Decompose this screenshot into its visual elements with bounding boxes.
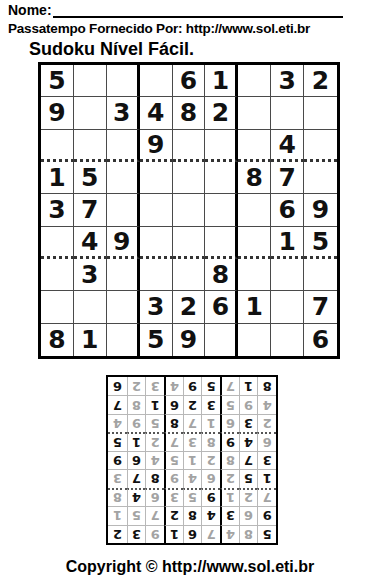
solution-cell-r2c5: 8 bbox=[183, 506, 202, 524]
puzzle-cell-r2c1: 9 bbox=[41, 97, 74, 129]
solution-cell-r3c6: 3 bbox=[164, 488, 183, 506]
puzzle-cell-r3c8: 4 bbox=[271, 130, 304, 162]
name-underline bbox=[53, 1, 343, 18]
solution-cell-r9c5: 9 bbox=[183, 377, 202, 395]
name-label: Nome: bbox=[8, 2, 52, 18]
puzzle-cell-r1c4 bbox=[140, 65, 173, 97]
solution-cell-r3c9: 8 bbox=[108, 488, 127, 506]
puzzle-cell-r5c1: 3 bbox=[41, 194, 74, 226]
puzzle-cell-r3c4: 9 bbox=[140, 130, 173, 162]
puzzle-cell-r1c9: 2 bbox=[304, 65, 337, 97]
puzzle-cell-r7c9 bbox=[304, 259, 337, 291]
solution-cell-r9c3: 7 bbox=[220, 377, 239, 395]
puzzle-cell-r8c6: 6 bbox=[205, 291, 238, 323]
solution-cell-r4c8: 7 bbox=[127, 469, 146, 487]
solution-cell-r3c7: 6 bbox=[145, 488, 164, 506]
puzzle-cell-r1c6: 1 bbox=[205, 65, 238, 97]
puzzle-cell-r2c3: 3 bbox=[107, 97, 140, 129]
solution-cell-r2c9: 1 bbox=[108, 506, 127, 524]
puzzle-cell-r8c3 bbox=[107, 291, 140, 323]
solution-cell-r3c3: 1 bbox=[220, 488, 239, 506]
puzzle-cell-r2c5: 8 bbox=[173, 97, 206, 129]
solution-cell-r6c7: 2 bbox=[145, 432, 164, 450]
puzzle-cell-r9c2: 1 bbox=[74, 324, 107, 356]
solution-cell-r4c9: 3 bbox=[108, 469, 127, 487]
solution-cell-r7c9: 4 bbox=[108, 414, 127, 432]
puzzle-cell-r1c1: 5 bbox=[41, 65, 74, 97]
solution-cell-r1c1: 5 bbox=[257, 525, 276, 543]
puzzle-cell-r1c8: 3 bbox=[271, 65, 304, 97]
puzzle-cell-r3c3 bbox=[107, 130, 140, 162]
puzzle-cell-r4c3 bbox=[107, 162, 140, 194]
solution-cell-r3c8: 4 bbox=[127, 488, 146, 506]
solution-cell-r7c8: 9 bbox=[127, 414, 146, 432]
solution-cell-r2c7: 7 bbox=[145, 506, 164, 524]
solution-cell-r4c7: 8 bbox=[145, 469, 164, 487]
puzzle-cell-r2c8 bbox=[271, 97, 304, 129]
puzzle-cell-r9c4: 5 bbox=[140, 324, 173, 356]
solution-cell-r6c8: 1 bbox=[127, 432, 146, 450]
solution-cell-r6c6: 7 bbox=[164, 432, 183, 450]
solution-cell-r1c5: 6 bbox=[183, 525, 202, 543]
puzzle-cell-r6c6 bbox=[205, 227, 238, 259]
puzzle-cell-r4c9 bbox=[304, 162, 337, 194]
puzzle-cell-r1c3 bbox=[107, 65, 140, 97]
puzzle-cell-r5c9: 9 bbox=[304, 194, 337, 226]
puzzle-cell-r9c1: 8 bbox=[41, 324, 74, 356]
sudoku-puzzle-grid: 561329348294158737694915383261781596 bbox=[38, 62, 340, 359]
puzzle-cell-r3c6 bbox=[205, 130, 238, 162]
puzzle-cell-r4c6 bbox=[205, 162, 238, 194]
solution-cell-r5c9: 9 bbox=[108, 451, 127, 469]
puzzle-cell-r8c9: 7 bbox=[304, 291, 337, 323]
puzzle-cell-r6c5 bbox=[173, 227, 206, 259]
puzzle-cell-r7c1 bbox=[41, 259, 74, 291]
puzzle-cell-r1c5: 6 bbox=[173, 65, 206, 97]
solution-cell-r4c5: 4 bbox=[183, 469, 202, 487]
solution-cell-r8c2: 9 bbox=[239, 395, 258, 413]
solution-cell-r3c4: 9 bbox=[201, 488, 220, 506]
solution-cell-r4c6: 9 bbox=[164, 469, 183, 487]
solution-cell-r5c2: 7 bbox=[239, 451, 258, 469]
puzzle-cell-r5c8: 6 bbox=[271, 194, 304, 226]
puzzle-cell-r9c9: 6 bbox=[304, 324, 337, 356]
solution-cell-r4c2: 5 bbox=[239, 469, 258, 487]
puzzle-cell-r6c8: 1 bbox=[271, 227, 304, 259]
puzzle-cell-r6c4 bbox=[140, 227, 173, 259]
puzzle-cell-r7c7 bbox=[238, 259, 271, 291]
puzzle-cell-r1c7 bbox=[238, 65, 271, 97]
puzzle-cell-r3c1 bbox=[41, 130, 74, 162]
puzzle-cell-r2c6: 2 bbox=[205, 97, 238, 129]
page-title: Sudoku Nível Fácil. bbox=[29, 39, 194, 60]
puzzle-cell-r5c2: 7 bbox=[74, 194, 107, 226]
solution-cell-r8c4: 3 bbox=[201, 395, 220, 413]
solution-cell-r7c3: 6 bbox=[220, 414, 239, 432]
solution-cell-r8c6: 6 bbox=[164, 395, 183, 413]
puzzle-cell-r8c5: 2 bbox=[173, 291, 206, 323]
puzzle-cell-r8c7: 1 bbox=[238, 291, 271, 323]
puzzle-cell-r9c5: 9 bbox=[173, 324, 206, 356]
solution-cell-r1c8: 3 bbox=[127, 525, 146, 543]
solution-cell-r3c2: 2 bbox=[239, 488, 258, 506]
solution-cell-r6c2: 4 bbox=[239, 432, 258, 450]
puzzle-cell-r4c4 bbox=[140, 162, 173, 194]
puzzle-cell-r9c8 bbox=[271, 324, 304, 356]
solution-cell-r4c3: 2 bbox=[220, 469, 239, 487]
solution-cell-r8c8: 8 bbox=[127, 395, 146, 413]
solution-cell-r6c1: 6 bbox=[257, 432, 276, 450]
puzzle-cell-r6c2: 4 bbox=[74, 227, 107, 259]
puzzle-cell-r7c6: 8 bbox=[205, 259, 238, 291]
puzzle-cell-r5c3 bbox=[107, 194, 140, 226]
solution-cell-r6c3: 9 bbox=[220, 432, 239, 450]
solution-cell-r4c4: 6 bbox=[201, 469, 220, 487]
solution-cell-r4c1: 1 bbox=[257, 469, 276, 487]
sudoku-solution-grid-upside-down: 5847619329634827517219536481526498733782… bbox=[106, 375, 278, 545]
puzzle-cell-r4c2: 5 bbox=[74, 162, 107, 194]
copyright-line: Copyright © http://www.sol.eti.br bbox=[0, 558, 380, 576]
puzzle-cell-r9c7 bbox=[238, 324, 271, 356]
sudoku-sheet: Nome: Passatempo Fornecido Por: http://w… bbox=[0, 0, 380, 585]
solution-cell-r8c3: 5 bbox=[220, 395, 239, 413]
solution-cell-r6c9: 5 bbox=[108, 432, 127, 450]
solution-cell-r6c5: 3 bbox=[183, 432, 202, 450]
puzzle-cell-r9c6 bbox=[205, 324, 238, 356]
solution-cell-r1c6: 1 bbox=[164, 525, 183, 543]
puzzle-cell-r3c7 bbox=[238, 130, 271, 162]
solution-cell-r9c7: 3 bbox=[145, 377, 164, 395]
solution-cell-r5c4: 2 bbox=[201, 451, 220, 469]
solution-cell-r1c2: 8 bbox=[239, 525, 258, 543]
puzzle-cell-r9c3 bbox=[107, 324, 140, 356]
solution-cell-r2c2: 6 bbox=[239, 506, 258, 524]
solution-cell-r9c8: 2 bbox=[127, 377, 146, 395]
puzzle-cell-r3c5 bbox=[173, 130, 206, 162]
puzzle-cell-r2c9 bbox=[304, 97, 337, 129]
solution-cell-r9c6: 4 bbox=[164, 377, 183, 395]
solution-cell-r6c4: 8 bbox=[201, 432, 220, 450]
solution-cell-r1c4: 7 bbox=[201, 525, 220, 543]
solution-cell-r2c6: 2 bbox=[164, 506, 183, 524]
provider-line: Passatempo Fornecido Por: http://www.sol… bbox=[8, 21, 310, 36]
solution-cell-r9c4: 5 bbox=[201, 377, 220, 395]
solution-cell-r2c4: 4 bbox=[201, 506, 220, 524]
solution-cell-r1c3: 4 bbox=[220, 525, 239, 543]
solution-cell-r5c6: 5 bbox=[164, 451, 183, 469]
solution-cell-r5c1: 3 bbox=[257, 451, 276, 469]
puzzle-cell-r7c2: 3 bbox=[74, 259, 107, 291]
puzzle-cell-r6c9: 5 bbox=[304, 227, 337, 259]
puzzle-cell-r5c6 bbox=[205, 194, 238, 226]
solution-cell-r7c4: 1 bbox=[201, 414, 220, 432]
puzzle-cell-r6c3: 9 bbox=[107, 227, 140, 259]
solution-cell-r2c3: 3 bbox=[220, 506, 239, 524]
puzzle-cell-r7c8 bbox=[271, 259, 304, 291]
solution-cell-r1c7: 9 bbox=[145, 525, 164, 543]
puzzle-cell-r2c4: 4 bbox=[140, 97, 173, 129]
solution-cell-r7c6: 8 bbox=[164, 414, 183, 432]
puzzle-cell-r4c8: 7 bbox=[271, 162, 304, 194]
puzzle-cell-r6c1 bbox=[41, 227, 74, 259]
solution-cell-r7c2: 3 bbox=[239, 414, 258, 432]
solution-cell-r3c5: 5 bbox=[183, 488, 202, 506]
solution-cell-r8c9: 7 bbox=[108, 395, 127, 413]
puzzle-cell-r7c3 bbox=[107, 259, 140, 291]
puzzle-cell-r7c4 bbox=[140, 259, 173, 291]
solution-cell-r7c7: 5 bbox=[145, 414, 164, 432]
solution-cell-r3c1: 7 bbox=[257, 488, 276, 506]
solution-cell-r5c7: 4 bbox=[145, 451, 164, 469]
puzzle-cell-r3c9 bbox=[304, 130, 337, 162]
puzzle-cell-r2c7 bbox=[238, 97, 271, 129]
puzzle-cell-r6c7 bbox=[238, 227, 271, 259]
solution-cell-r9c9: 6 bbox=[108, 377, 127, 395]
solution-cell-r5c3: 8 bbox=[220, 451, 239, 469]
solution-cell-r5c5: 1 bbox=[183, 451, 202, 469]
solution-cell-r8c7: 1 bbox=[145, 395, 164, 413]
puzzle-cell-r4c7: 8 bbox=[238, 162, 271, 194]
solution-cell-r2c1: 9 bbox=[257, 506, 276, 524]
puzzle-cell-r5c7 bbox=[238, 194, 271, 226]
solution-cell-r5c8: 6 bbox=[127, 451, 146, 469]
solution-cell-r2c8: 5 bbox=[127, 506, 146, 524]
solution-cell-r9c1: 8 bbox=[257, 377, 276, 395]
puzzle-cell-r4c5 bbox=[173, 162, 206, 194]
solution-cell-r8c1: 4 bbox=[257, 395, 276, 413]
puzzle-cell-r3c2 bbox=[74, 130, 107, 162]
solution-cell-r9c2: 1 bbox=[239, 377, 258, 395]
puzzle-cell-r2c2 bbox=[74, 97, 107, 129]
puzzle-cell-r5c4 bbox=[140, 194, 173, 226]
puzzle-cell-r1c2 bbox=[74, 65, 107, 97]
puzzle-cell-r8c8 bbox=[271, 291, 304, 323]
puzzle-cell-r8c4: 3 bbox=[140, 291, 173, 323]
puzzle-cell-r4c1: 1 bbox=[41, 162, 74, 194]
puzzle-cell-r7c5 bbox=[173, 259, 206, 291]
puzzle-cell-r8c2 bbox=[74, 291, 107, 323]
solution-cell-r7c1: 2 bbox=[257, 414, 276, 432]
solution-cell-r8c5: 2 bbox=[183, 395, 202, 413]
solution-cell-r7c5: 7 bbox=[183, 414, 202, 432]
puzzle-cell-r5c5 bbox=[173, 194, 206, 226]
puzzle-cell-r8c1 bbox=[41, 291, 74, 323]
solution-cell-r1c9: 2 bbox=[108, 525, 127, 543]
